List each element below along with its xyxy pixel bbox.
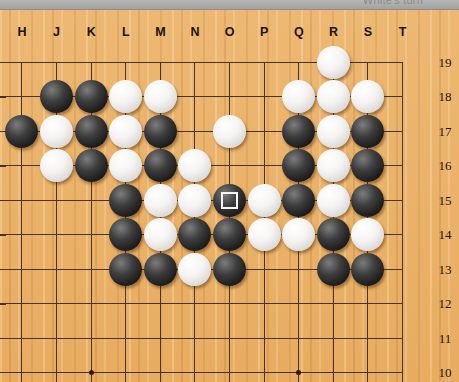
black-stone [282, 115, 315, 148]
row-label-11: 11 [431, 331, 459, 346]
intersection-M17[interactable] [143, 114, 178, 149]
intersection-T17[interactable] [385, 114, 420, 149]
intersection-N10[interactable] [178, 355, 213, 382]
intersection-T11[interactable] [385, 321, 420, 356]
intersection-M10[interactable] [143, 355, 178, 382]
intersection-J15[interactable] [39, 183, 74, 218]
intersection-K17[interactable] [74, 114, 109, 149]
intersection-S13[interactable] [351, 252, 386, 287]
black-stone [144, 149, 177, 182]
intersection-P10[interactable] [247, 355, 282, 382]
intersection-N12[interactable] [178, 286, 213, 321]
intersection-O19[interactable] [212, 45, 247, 80]
intersection-P12[interactable] [247, 286, 282, 321]
intersection-Q19[interactable] [281, 45, 316, 80]
intersection-R19[interactable] [316, 45, 351, 80]
last-move-marker [221, 192, 238, 209]
black-stone [213, 218, 246, 251]
white-stone [282, 218, 315, 251]
black-stone [351, 115, 384, 148]
white-stone [109, 149, 142, 182]
black-stone [109, 253, 142, 286]
intersection-N17[interactable] [178, 114, 213, 149]
intersection-M16[interactable] [143, 148, 178, 183]
intersection-K15[interactable] [74, 183, 109, 218]
black-stone [351, 253, 384, 286]
column-label-M: M [149, 25, 171, 39]
intersection-H11[interactable] [5, 321, 40, 356]
black-stone [282, 149, 315, 182]
intersection-S11[interactable] [351, 321, 386, 356]
row-label-17: 17 [431, 124, 459, 139]
intersection-P19[interactable] [247, 45, 282, 80]
intersection-K11[interactable] [74, 321, 109, 356]
intersection-J13[interactable] [39, 252, 74, 287]
black-stone [75, 149, 108, 182]
black-stone [178, 218, 211, 251]
white-stone [109, 115, 142, 148]
intersection-N19[interactable] [178, 45, 213, 80]
intersection-H19[interactable] [5, 45, 40, 80]
intersection-T12[interactable] [385, 286, 420, 321]
black-stone [144, 253, 177, 286]
star-point [296, 370, 301, 375]
column-label-T: T [392, 25, 414, 39]
white-stone [317, 184, 350, 217]
intersection-N11[interactable] [178, 321, 213, 356]
intersection-O10[interactable] [212, 355, 247, 382]
intersection-L12[interactable] [108, 286, 143, 321]
status-bar: White's turn [0, 0, 459, 10]
intersection-P15[interactable] [247, 183, 282, 218]
intersection-T10[interactable] [385, 355, 420, 382]
intersection-J11[interactable] [39, 321, 74, 356]
intersection-J14[interactable] [39, 217, 74, 252]
black-stone [213, 253, 246, 286]
intersection-R13[interactable] [316, 252, 351, 287]
intersection-Q15[interactable] [281, 183, 316, 218]
go-app-window: White's turn HJKLMNOPQRST191817161514131… [0, 0, 459, 382]
column-label-P: P [253, 25, 275, 39]
intersection-N16[interactable] [178, 148, 213, 183]
intersection-J19[interactable] [39, 45, 74, 80]
black-stone [213, 184, 246, 217]
intersection-O11[interactable] [212, 321, 247, 356]
intersection-T14[interactable] [385, 217, 420, 252]
white-stone [144, 184, 177, 217]
black-stone [40, 80, 73, 113]
column-label-S: S [357, 25, 379, 39]
white-stone [351, 218, 384, 251]
intersection-O15[interactable] [212, 183, 247, 218]
white-stone [248, 218, 281, 251]
black-stone [351, 149, 384, 182]
column-label-L: L [115, 25, 137, 39]
intersection-R18[interactable] [316, 79, 351, 114]
board-grid [5, 45, 420, 382]
intersection-L10[interactable] [108, 355, 143, 382]
intersection-T19[interactable] [385, 45, 420, 80]
intersection-J18[interactable] [39, 79, 74, 114]
intersection-M19[interactable] [143, 45, 178, 80]
white-stone [351, 80, 384, 113]
intersection-O17[interactable] [212, 114, 247, 149]
intersection-R16[interactable] [316, 148, 351, 183]
intersection-J10[interactable] [39, 355, 74, 382]
row-label-14: 14 [431, 227, 459, 242]
black-stone [109, 184, 142, 217]
white-stone [178, 253, 211, 286]
intersection-Q17[interactable] [281, 114, 316, 149]
intersection-R15[interactable] [316, 183, 351, 218]
column-label-N: N [184, 25, 206, 39]
intersection-S17[interactable] [351, 114, 386, 149]
intersection-R11[interactable] [316, 321, 351, 356]
black-stone [75, 80, 108, 113]
column-label-K: K [80, 25, 102, 39]
intersection-L15[interactable] [108, 183, 143, 218]
intersection-T13[interactable] [385, 252, 420, 287]
black-stone [317, 253, 350, 286]
intersection-S10[interactable] [351, 355, 386, 382]
white-stone [109, 80, 142, 113]
intersection-K12[interactable] [74, 286, 109, 321]
intersection-L14[interactable] [108, 217, 143, 252]
black-stone [144, 115, 177, 148]
intersection-S18[interactable] [351, 79, 386, 114]
intersection-O14[interactable] [212, 217, 247, 252]
white-stone [248, 184, 281, 217]
white-stone [317, 149, 350, 182]
white-stone [282, 80, 315, 113]
intersection-N13[interactable] [178, 252, 213, 287]
intersection-Q13[interactable] [281, 252, 316, 287]
intersection-K10[interactable] [74, 355, 109, 382]
intersection-L18[interactable] [108, 79, 143, 114]
black-stone [109, 218, 142, 251]
row-label-16: 16 [431, 158, 459, 173]
intersection-O16[interactable] [212, 148, 247, 183]
intersection-K19[interactable] [74, 45, 109, 80]
intersection-J16[interactable] [39, 148, 74, 183]
intersection-L19[interactable] [108, 45, 143, 80]
intersection-M11[interactable] [143, 321, 178, 356]
black-stone [5, 115, 38, 148]
black-stone [351, 184, 384, 217]
white-stone [317, 115, 350, 148]
intersection-K18[interactable] [74, 79, 109, 114]
intersection-P16[interactable] [247, 148, 282, 183]
intersection-H17[interactable] [5, 114, 40, 149]
intersection-N18[interactable] [178, 79, 213, 114]
intersection-H13[interactable] [5, 252, 40, 287]
intersection-N15[interactable] [178, 183, 213, 218]
intersection-H15[interactable] [5, 183, 40, 218]
intersection-P11[interactable] [247, 321, 282, 356]
intersection-O12[interactable] [212, 286, 247, 321]
intersection-H14[interactable] [5, 217, 40, 252]
intersection-R12[interactable] [316, 286, 351, 321]
intersection-S14[interactable] [351, 217, 386, 252]
intersection-T18[interactable] [385, 79, 420, 114]
intersection-Q16[interactable] [281, 148, 316, 183]
white-stone [144, 80, 177, 113]
intersection-T15[interactable] [385, 183, 420, 218]
row-label-13: 13 [431, 262, 459, 277]
intersection-R10[interactable] [316, 355, 351, 382]
row-label-12: 12 [431, 296, 459, 311]
intersection-M18[interactable] [143, 79, 178, 114]
intersection-M12[interactable] [143, 286, 178, 321]
turn-indicator: White's turn [363, 0, 423, 7]
row-label-10: 10 [431, 365, 459, 380]
intersection-R17[interactable] [316, 114, 351, 149]
white-stone [40, 115, 73, 148]
intersection-O13[interactable] [212, 252, 247, 287]
intersection-S12[interactable] [351, 286, 386, 321]
intersection-T16[interactable] [385, 148, 420, 183]
intersection-Q10[interactable] [281, 355, 316, 382]
intersection-H16[interactable] [5, 148, 40, 183]
row-label-18: 18 [431, 89, 459, 104]
intersection-K16[interactable] [74, 148, 109, 183]
intersection-L17[interactable] [108, 114, 143, 149]
intersection-O18[interactable] [212, 79, 247, 114]
black-stone [282, 184, 315, 217]
column-label-O: O [219, 25, 241, 39]
intersection-H10[interactable] [5, 355, 40, 382]
intersection-M15[interactable] [143, 183, 178, 218]
black-stone [317, 218, 350, 251]
intersection-Q11[interactable] [281, 321, 316, 356]
white-stone [317, 80, 350, 113]
white-stone [178, 184, 211, 217]
star-point [89, 370, 94, 375]
intersection-K14[interactable] [74, 217, 109, 252]
intersection-S19[interactable] [351, 45, 386, 80]
white-stone [40, 149, 73, 182]
intersection-N14[interactable] [178, 217, 213, 252]
intersection-L16[interactable] [108, 148, 143, 183]
intersection-L11[interactable] [108, 321, 143, 356]
intersection-Q14[interactable] [281, 217, 316, 252]
intersection-P18[interactable] [247, 79, 282, 114]
intersection-S16[interactable] [351, 148, 386, 183]
black-stone [75, 115, 108, 148]
white-stone [144, 218, 177, 251]
intersection-S15[interactable] [351, 183, 386, 218]
intersection-P13[interactable] [247, 252, 282, 287]
intersection-M14[interactable] [143, 217, 178, 252]
intersection-J17[interactable] [39, 114, 74, 149]
intersection-M13[interactable] [143, 252, 178, 287]
column-label-H: H [11, 25, 33, 39]
white-stone [178, 149, 211, 182]
intersection-H12[interactable] [5, 286, 40, 321]
intersection-L13[interactable] [108, 252, 143, 287]
row-label-19: 19 [431, 55, 459, 70]
intersection-Q18[interactable] [281, 79, 316, 114]
white-stone [213, 115, 246, 148]
column-label-Q: Q [288, 25, 310, 39]
intersection-H18[interactable] [5, 79, 40, 114]
intersection-R14[interactable] [316, 217, 351, 252]
column-label-J: J [46, 25, 68, 39]
intersection-Q12[interactable] [281, 286, 316, 321]
intersection-P17[interactable] [247, 114, 282, 149]
column-label-R: R [322, 25, 344, 39]
white-stone [317, 46, 350, 79]
intersection-J12[interactable] [39, 286, 74, 321]
intersection-K13[interactable] [74, 252, 109, 287]
row-label-15: 15 [431, 193, 459, 208]
intersection-P14[interactable] [247, 217, 282, 252]
